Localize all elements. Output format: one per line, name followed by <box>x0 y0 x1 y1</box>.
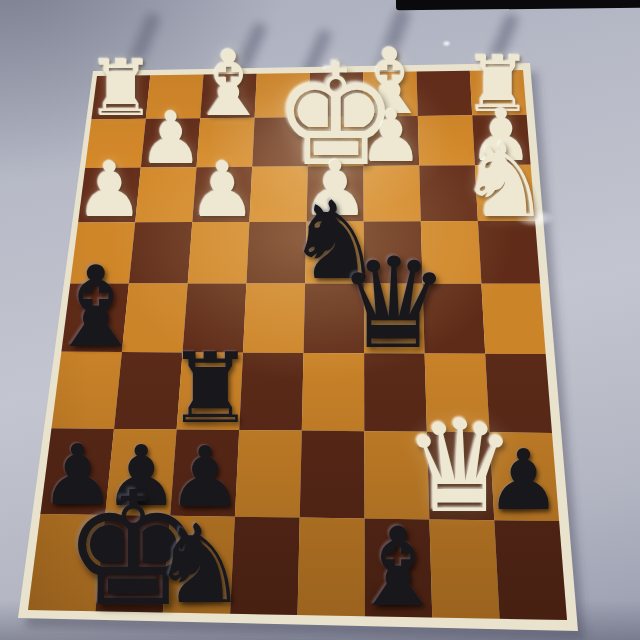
piece-shadow <box>44 486 98 512</box>
piece-shadow <box>427 490 481 516</box>
white-king: ♚ <box>273 46 399 186</box>
piece-shadow <box>362 100 408 113</box>
white-bishop: ♝ <box>350 37 431 128</box>
white-rook: ♜ <box>463 46 532 123</box>
white-pawn: ♟ <box>359 101 423 173</box>
black-king: ♚ <box>63 471 204 629</box>
piece-shadow <box>490 491 544 517</box>
white-pawn: ♟ <box>189 153 257 229</box>
piece-shadow <box>142 150 189 165</box>
white-queen: ♛ <box>403 404 517 531</box>
piece-shadow <box>363 584 419 613</box>
white-knight: ♞ <box>459 130 551 233</box>
white-pawn: ♟ <box>469 100 533 172</box>
piece-layer: ♜♝♝♜♟♚♟♟♟♟♟♞♛♞♝♛♜♟♟♟♟♚♞♝ <box>0 0 640 640</box>
white-rook: ♜ <box>86 50 155 127</box>
piece-shadow <box>93 104 139 117</box>
piece-shadow <box>470 99 516 112</box>
white-pawn: ♟ <box>301 152 369 228</box>
piece-shadow <box>472 147 519 162</box>
white-bishop: ♝ <box>188 39 269 130</box>
piece-shadow <box>165 581 221 610</box>
piece-shadow <box>201 102 247 115</box>
piece-shadow <box>307 149 354 164</box>
black-pawn: ♟ <box>168 436 243 520</box>
black-knight: ♞ <box>286 187 383 295</box>
black-queen: ♛ <box>338 242 450 367</box>
piece-shadow <box>475 202 523 219</box>
piece-shadow <box>64 329 115 350</box>
piece-shadow <box>99 580 155 609</box>
white-pawn: ♟ <box>76 153 144 229</box>
piece-shadow <box>304 262 353 281</box>
black-bishop: ♝ <box>349 514 447 623</box>
photo-scene: ♜♝♝♜♟♚♟♟♟♟♟♞♛♞♝♛♜♟♟♟♟♚♞♝ <box>0 0 640 640</box>
piece-shadow <box>178 404 230 427</box>
piece-shadow <box>362 148 409 163</box>
piece-shadow <box>193 203 241 220</box>
black-pawn: ♟ <box>104 435 179 519</box>
piece-shadow <box>108 487 162 513</box>
black-pawn: ♟ <box>40 434 115 518</box>
piece-shadow <box>306 202 354 219</box>
white-pawn: ♟ <box>139 103 203 175</box>
piece-shadow <box>172 488 226 514</box>
black-knight: ♞ <box>151 511 249 620</box>
black-rook: ♜ <box>167 340 254 437</box>
piece-shadow <box>80 204 128 221</box>
piece-shadow <box>363 330 414 351</box>
black-bishop: ♝ <box>46 252 146 364</box>
black-pawn: ♟ <box>486 439 561 523</box>
